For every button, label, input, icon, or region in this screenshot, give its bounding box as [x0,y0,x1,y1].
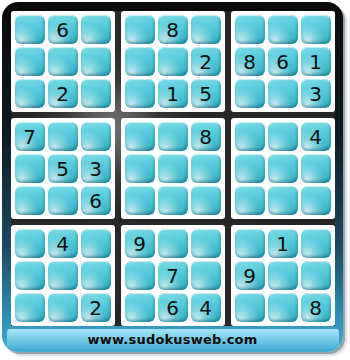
cell-r5c5[interactable] [158,154,188,183]
cell-r7c3[interactable] [81,229,111,258]
cell-r3c1[interactable] [15,79,45,108]
cell-r4c9[interactable]: 4 [301,122,331,151]
footer-band: www.sudokusweb.com [7,329,339,349]
cell-r5c9[interactable] [301,154,331,183]
cell-r8c3[interactable] [81,261,111,290]
sudoku-board: 6282158613753684429764198 [11,11,335,326]
cell-r7c8[interactable]: 1 [268,229,298,258]
cell-r8c8[interactable] [268,261,298,290]
cell-r8c6[interactable] [191,261,221,290]
cell-r6c9[interactable] [301,186,331,215]
box-r2c3: 4 [231,118,335,219]
cell-r7c5[interactable] [158,229,188,258]
cell-r5c7[interactable] [235,154,265,183]
cell-r4c2[interactable] [48,122,78,151]
cell-r9c5[interactable]: 6 [158,293,188,322]
cell-r1c8[interactable] [268,15,298,44]
cell-r1c9[interactable] [301,15,331,44]
box-r2c1: 7536 [11,118,115,219]
cell-r7c1[interactable] [15,229,45,258]
cell-r5c4[interactable] [125,154,155,183]
cell-r6c4[interactable] [125,186,155,215]
cell-r4c8[interactable] [268,122,298,151]
cell-r2c6[interactable]: 2 [191,47,221,76]
cell-r1c2[interactable]: 6 [48,15,78,44]
box-r1c3: 8613 [231,11,335,112]
cell-r2c4[interactable] [125,47,155,76]
cell-r2c8[interactable]: 6 [268,47,298,76]
site-link[interactable]: www.sudokusweb.com [88,332,258,347]
cell-r3c2[interactable]: 2 [48,79,78,108]
cell-r4c4[interactable] [125,122,155,151]
box-r3c1: 42 [11,225,115,326]
cell-r7c2[interactable]: 4 [48,229,78,258]
cell-r3c8[interactable] [268,79,298,108]
cell-r9c1[interactable] [15,293,45,322]
cell-r2c1[interactable] [15,47,45,76]
cell-r2c2[interactable] [48,47,78,76]
cell-r5c3[interactable]: 3 [81,154,111,183]
cell-r4c7[interactable] [235,122,265,151]
cell-r7c4[interactable]: 9 [125,229,155,258]
cell-r7c7[interactable] [235,229,265,258]
cell-r8c5[interactable]: 7 [158,261,188,290]
cell-r2c5[interactable] [158,47,188,76]
cell-r8c2[interactable] [48,261,78,290]
cell-r2c7[interactable]: 8 [235,47,265,76]
box-r3c2: 9764 [121,225,225,326]
cell-r1c4[interactable] [125,15,155,44]
cell-r3c9[interactable]: 3 [301,79,331,108]
cell-r6c5[interactable] [158,186,188,215]
cell-r4c3[interactable] [81,122,111,151]
page: 6282158613753684429764198 www.sudokusweb… [0,0,350,360]
cell-r8c9[interactable] [301,261,331,290]
cell-r9c7[interactable] [235,293,265,322]
cell-r5c1[interactable] [15,154,45,183]
cell-r9c8[interactable] [268,293,298,322]
cell-r9c6[interactable]: 4 [191,293,221,322]
box-r3c3: 198 [231,225,335,326]
cell-r2c3[interactable] [81,47,111,76]
cell-r7c9[interactable] [301,229,331,258]
cell-r7c6[interactable] [191,229,221,258]
cell-r1c3[interactable] [81,15,111,44]
cell-r9c9[interactable]: 8 [301,293,331,322]
cell-r8c4[interactable] [125,261,155,290]
cell-r8c7[interactable]: 9 [235,261,265,290]
cell-r6c1[interactable] [15,186,45,215]
cell-r1c6[interactable] [191,15,221,44]
cell-r3c5[interactable]: 1 [158,79,188,108]
cell-r3c3[interactable] [81,79,111,108]
cell-r1c1[interactable] [15,15,45,44]
cell-r5c6[interactable] [191,154,221,183]
cell-r6c3[interactable]: 6 [81,186,111,215]
cell-r3c4[interactable] [125,79,155,108]
cell-r6c8[interactable] [268,186,298,215]
cell-r4c5[interactable] [158,122,188,151]
cell-r9c3[interactable]: 2 [81,293,111,322]
cell-r8c1[interactable] [15,261,45,290]
cell-r3c7[interactable] [235,79,265,108]
box-r2c2: 8 [121,118,225,219]
cell-r5c8[interactable] [268,154,298,183]
cell-r6c7[interactable] [235,186,265,215]
cell-r9c2[interactable] [48,293,78,322]
sudoku-board-frame: 6282158613753684429764198 www.sudokusweb… [2,2,343,352]
cell-r5c2[interactable]: 5 [48,154,78,183]
box-r1c2: 8215 [121,11,225,112]
cell-r1c7[interactable] [235,15,265,44]
cell-r6c2[interactable] [48,186,78,215]
cell-r2c9[interactable]: 1 [301,47,331,76]
cell-r6c6[interactable] [191,186,221,215]
cell-r9c4[interactable] [125,293,155,322]
cell-r3c6[interactable]: 5 [191,79,221,108]
cell-r1c5[interactable]: 8 [158,15,188,44]
cell-r4c1[interactable]: 7 [15,122,45,151]
box-r1c1: 62 [11,11,115,112]
cell-r4c6[interactable]: 8 [191,122,221,151]
